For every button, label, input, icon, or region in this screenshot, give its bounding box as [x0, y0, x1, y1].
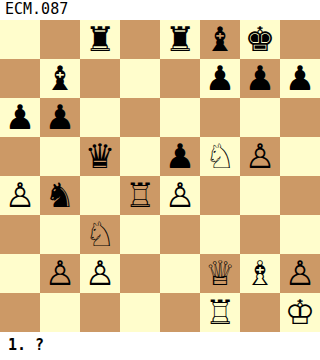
square-a4[interactable]: ♙ — [0, 176, 40, 215]
square-f3[interactable] — [200, 215, 240, 254]
square-f8[interactable]: ♝ — [200, 20, 240, 59]
black-pawn-piece: ♟ — [245, 59, 275, 98]
square-b4[interactable]: ♞ — [40, 176, 80, 215]
white-rook-piece: ♖ — [125, 176, 155, 215]
square-b3[interactable] — [40, 215, 80, 254]
square-c4[interactable] — [80, 176, 120, 215]
black-pawn-piece: ♟ — [165, 137, 195, 176]
square-e3[interactable] — [160, 215, 200, 254]
move-prompt: 1. ? — [0, 332, 320, 360]
square-f1[interactable]: ♖ — [200, 293, 240, 332]
square-f5[interactable]: ♘ — [200, 137, 240, 176]
black-king-piece: ♚ — [245, 20, 275, 59]
white-pawn-piece: ♙ — [245, 137, 275, 176]
square-c6[interactable] — [80, 98, 120, 137]
square-h4[interactable] — [280, 176, 320, 215]
square-b1[interactable] — [40, 293, 80, 332]
black-queen-piece: ♛ — [85, 137, 115, 176]
square-h3[interactable] — [280, 215, 320, 254]
chess-board: ♜♜♝♚♝♟♟♟♟♟♛♟♘♙♙♞♖♙♘♙♙♕♗♙♖♔ — [0, 20, 320, 332]
white-pawn-piece: ♙ — [45, 254, 75, 293]
square-e8[interactable]: ♜ — [160, 20, 200, 59]
square-e5[interactable]: ♟ — [160, 137, 200, 176]
square-h7[interactable]: ♟ — [280, 59, 320, 98]
white-bishop-piece: ♗ — [245, 254, 275, 293]
square-c7[interactable] — [80, 59, 120, 98]
white-knight-piece: ♘ — [85, 215, 115, 254]
black-bishop-piece: ♝ — [205, 20, 235, 59]
square-d4[interactable]: ♖ — [120, 176, 160, 215]
black-knight-piece: ♞ — [45, 176, 75, 215]
square-g8[interactable]: ♚ — [240, 20, 280, 59]
square-a7[interactable] — [0, 59, 40, 98]
square-h2[interactable]: ♙ — [280, 254, 320, 293]
square-c3[interactable]: ♘ — [80, 215, 120, 254]
black-bishop-piece: ♝ — [45, 59, 75, 98]
square-g2[interactable]: ♗ — [240, 254, 280, 293]
square-f2[interactable]: ♕ — [200, 254, 240, 293]
square-b8[interactable] — [40, 20, 80, 59]
square-h5[interactable] — [280, 137, 320, 176]
square-f7[interactable]: ♟ — [200, 59, 240, 98]
square-g3[interactable] — [240, 215, 280, 254]
square-b5[interactable] — [40, 137, 80, 176]
black-pawn-piece: ♟ — [285, 59, 315, 98]
white-pawn-piece: ♙ — [85, 254, 115, 293]
white-pawn-piece: ♙ — [5, 176, 35, 215]
square-c5[interactable]: ♛ — [80, 137, 120, 176]
black-rook-piece: ♜ — [85, 20, 115, 59]
white-rook-piece: ♖ — [205, 293, 235, 332]
square-a8[interactable] — [0, 20, 40, 59]
square-g6[interactable] — [240, 98, 280, 137]
square-g1[interactable] — [240, 293, 280, 332]
square-e7[interactable] — [160, 59, 200, 98]
square-a5[interactable] — [0, 137, 40, 176]
square-c1[interactable] — [80, 293, 120, 332]
square-a6[interactable]: ♟ — [0, 98, 40, 137]
black-pawn-piece: ♟ — [205, 59, 235, 98]
square-g4[interactable] — [240, 176, 280, 215]
white-queen-piece: ♕ — [205, 254, 235, 293]
white-pawn-piece: ♙ — [165, 176, 195, 215]
square-a2[interactable] — [0, 254, 40, 293]
square-d6[interactable] — [120, 98, 160, 137]
black-pawn-piece: ♟ — [5, 98, 35, 137]
square-f6[interactable] — [200, 98, 240, 137]
square-d7[interactable] — [120, 59, 160, 98]
square-d8[interactable] — [120, 20, 160, 59]
square-c2[interactable]: ♙ — [80, 254, 120, 293]
square-h8[interactable] — [280, 20, 320, 59]
square-h6[interactable] — [280, 98, 320, 137]
square-b6[interactable]: ♟ — [40, 98, 80, 137]
chess-diagram-window: ECM.087 ♜♜♝♚♝♟♟♟♟♟♛♟♘♙♙♞♖♙♘♙♙♕♗♙♖♔ 1. ? — [0, 0, 320, 360]
square-a1[interactable] — [0, 293, 40, 332]
square-a3[interactable] — [0, 215, 40, 254]
square-e4[interactable]: ♙ — [160, 176, 200, 215]
square-e6[interactable] — [160, 98, 200, 137]
square-g5[interactable]: ♙ — [240, 137, 280, 176]
square-d2[interactable] — [120, 254, 160, 293]
square-h1[interactable]: ♔ — [280, 293, 320, 332]
square-d5[interactable] — [120, 137, 160, 176]
diagram-title: ECM.087 — [0, 0, 320, 20]
square-e1[interactable] — [160, 293, 200, 332]
square-f4[interactable] — [200, 176, 240, 215]
white-king-piece: ♔ — [285, 293, 315, 332]
square-d1[interactable] — [120, 293, 160, 332]
square-d3[interactable] — [120, 215, 160, 254]
black-pawn-piece: ♟ — [45, 98, 75, 137]
square-b7[interactable]: ♝ — [40, 59, 80, 98]
square-e2[interactable] — [160, 254, 200, 293]
square-g7[interactable]: ♟ — [240, 59, 280, 98]
square-c8[interactable]: ♜ — [80, 20, 120, 59]
square-b2[interactable]: ♙ — [40, 254, 80, 293]
white-pawn-piece: ♙ — [285, 254, 315, 293]
white-knight-piece: ♘ — [205, 137, 235, 176]
black-rook-piece: ♜ — [165, 20, 195, 59]
